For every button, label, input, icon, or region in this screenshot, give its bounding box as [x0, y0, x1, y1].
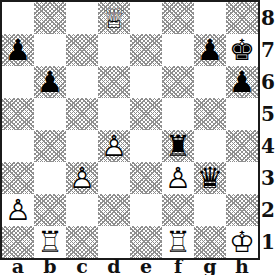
square-c7[interactable] [66, 34, 98, 66]
square-f4[interactable]: ♜ [162, 130, 194, 162]
black-pawn[interactable]: ♟ [2, 34, 34, 66]
square-g6[interactable] [194, 66, 226, 98]
square-f3[interactable]: ♟♙ [162, 162, 194, 194]
file-label-g: g [194, 259, 226, 275]
file-labels: a b c d e f g h [2, 259, 258, 275]
white-pawn[interactable]: ♟♙ [162, 162, 194, 194]
rank-label-7: 7 [260, 34, 276, 66]
square-f7[interactable] [162, 34, 194, 66]
square-b8[interactable] [34, 2, 66, 34]
square-h6[interactable]: ♟ [226, 66, 258, 98]
square-g4[interactable] [194, 130, 226, 162]
square-b2[interactable] [34, 194, 66, 226]
black-king[interactable]: ♚ [226, 34, 258, 66]
rank-label-4: 4 [260, 130, 276, 162]
square-h3[interactable] [226, 162, 258, 194]
square-g3[interactable]: ♛ [194, 162, 226, 194]
rank-label-5: 5 [260, 98, 276, 130]
square-a6[interactable] [2, 66, 34, 98]
square-a5[interactable] [2, 98, 34, 130]
square-e8[interactable] [130, 2, 162, 34]
chess-diagram: ♛♕♟♟♚♟♟♟♙♜♟♙♟♙♛♟♙♜♖♜♖♚♔ 8 7 6 5 4 3 2 1 … [0, 0, 276, 275]
square-a7[interactable]: ♟ [2, 34, 34, 66]
square-g2[interactable] [194, 194, 226, 226]
file-label-c: c [66, 259, 98, 275]
file-label-f: f [162, 259, 194, 275]
square-b7[interactable] [34, 34, 66, 66]
square-g1[interactable] [194, 226, 226, 258]
square-h4[interactable] [226, 130, 258, 162]
white-pawn[interactable]: ♟♙ [2, 194, 34, 226]
square-h1[interactable]: ♚♔ [226, 226, 258, 258]
file-label-d: d [98, 259, 130, 275]
file-label-h: h [226, 259, 258, 275]
black-pawn[interactable]: ♟ [34, 66, 66, 98]
file-label-b: b [34, 259, 66, 275]
square-e7[interactable] [130, 34, 162, 66]
file-label-e: e [130, 259, 162, 275]
square-g7[interactable]: ♟ [194, 34, 226, 66]
square-d3[interactable] [98, 162, 130, 194]
rank-label-1: 1 [260, 226, 276, 258]
white-rook[interactable]: ♜♖ [34, 226, 66, 258]
square-d4[interactable]: ♟♙ [98, 130, 130, 162]
black-rook[interactable]: ♜ [162, 130, 194, 162]
square-b3[interactable] [34, 162, 66, 194]
square-c6[interactable] [66, 66, 98, 98]
square-b5[interactable] [34, 98, 66, 130]
rank-label-2: 2 [260, 194, 276, 226]
square-f2[interactable] [162, 194, 194, 226]
square-c1[interactable] [66, 226, 98, 258]
square-a1[interactable] [2, 226, 34, 258]
square-c3[interactable]: ♟♙ [66, 162, 98, 194]
white-king[interactable]: ♚♔ [226, 226, 258, 258]
square-e1[interactable] [130, 226, 162, 258]
file-label-a: a [2, 259, 34, 275]
rank-label-3: 3 [260, 162, 276, 194]
chessboard-grid: ♛♕♟♟♚♟♟♟♙♜♟♙♟♙♛♟♙♜♖♜♖♚♔ [0, 0, 260, 260]
square-h2[interactable] [226, 194, 258, 226]
square-e6[interactable] [130, 66, 162, 98]
square-b1[interactable]: ♜♖ [34, 226, 66, 258]
white-queen[interactable]: ♛♕ [98, 2, 130, 34]
square-h8[interactable] [226, 2, 258, 34]
square-a3[interactable] [2, 162, 34, 194]
square-e5[interactable] [130, 98, 162, 130]
square-g8[interactable] [194, 2, 226, 34]
square-b4[interactable] [34, 130, 66, 162]
square-g5[interactable] [194, 98, 226, 130]
black-pawn[interactable]: ♟ [194, 34, 226, 66]
square-d6[interactable] [98, 66, 130, 98]
square-h5[interactable] [226, 98, 258, 130]
square-f1[interactable]: ♜♖ [162, 226, 194, 258]
square-c8[interactable] [66, 2, 98, 34]
white-rook[interactable]: ♜♖ [162, 226, 194, 258]
square-d8[interactable]: ♛♕ [98, 2, 130, 34]
rank-label-6: 6 [260, 66, 276, 98]
square-a8[interactable] [2, 2, 34, 34]
square-f8[interactable] [162, 2, 194, 34]
square-d1[interactable] [98, 226, 130, 258]
black-queen[interactable]: ♛ [194, 162, 226, 194]
square-c2[interactable] [66, 194, 98, 226]
square-d7[interactable] [98, 34, 130, 66]
square-d2[interactable] [98, 194, 130, 226]
square-e4[interactable] [130, 130, 162, 162]
square-e2[interactable] [130, 194, 162, 226]
rank-labels: 8 7 6 5 4 3 2 1 [260, 2, 276, 258]
square-e3[interactable] [130, 162, 162, 194]
square-c5[interactable] [66, 98, 98, 130]
white-pawn[interactable]: ♟♙ [66, 162, 98, 194]
square-c4[interactable] [66, 130, 98, 162]
square-h7[interactable]: ♚ [226, 34, 258, 66]
square-f5[interactable] [162, 98, 194, 130]
white-pawn[interactable]: ♟♙ [98, 130, 130, 162]
square-d5[interactable] [98, 98, 130, 130]
rank-label-8: 8 [260, 2, 276, 34]
square-a4[interactable] [2, 130, 34, 162]
square-a2[interactable]: ♟♙ [2, 194, 34, 226]
square-b6[interactable]: ♟ [34, 66, 66, 98]
black-pawn[interactable]: ♟ [226, 66, 258, 98]
square-f6[interactable] [162, 66, 194, 98]
